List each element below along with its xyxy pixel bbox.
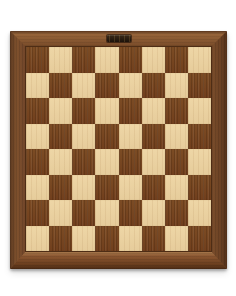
square-d1 bbox=[95, 226, 118, 252]
square-e8 bbox=[119, 47, 142, 73]
square-f1 bbox=[142, 226, 165, 252]
board-squares-grid bbox=[25, 46, 212, 252]
square-b4 bbox=[49, 149, 72, 175]
square-d2 bbox=[95, 200, 118, 226]
square-h1 bbox=[188, 226, 211, 252]
square-g4 bbox=[165, 149, 188, 175]
square-a1 bbox=[26, 226, 49, 252]
square-h4 bbox=[188, 149, 211, 175]
square-h6 bbox=[188, 98, 211, 124]
square-e6 bbox=[119, 98, 142, 124]
square-a3 bbox=[26, 175, 49, 201]
square-d6 bbox=[95, 98, 118, 124]
square-a7 bbox=[26, 73, 49, 99]
square-c2 bbox=[72, 200, 95, 226]
square-f8 bbox=[142, 47, 165, 73]
square-b6 bbox=[49, 98, 72, 124]
square-e3 bbox=[119, 175, 142, 201]
square-c8 bbox=[72, 47, 95, 73]
square-c5 bbox=[72, 124, 95, 150]
square-e5 bbox=[119, 124, 142, 150]
square-b5 bbox=[49, 124, 72, 150]
square-f5 bbox=[142, 124, 165, 150]
square-c7 bbox=[72, 73, 95, 99]
square-b2 bbox=[49, 200, 72, 226]
square-b7 bbox=[49, 73, 72, 99]
square-g2 bbox=[165, 200, 188, 226]
square-h2 bbox=[188, 200, 211, 226]
square-f3 bbox=[142, 175, 165, 201]
square-d8 bbox=[95, 47, 118, 73]
square-c6 bbox=[72, 98, 95, 124]
frame-right-rail bbox=[212, 31, 227, 269]
square-b3 bbox=[49, 175, 72, 201]
square-g6 bbox=[165, 98, 188, 124]
square-a6 bbox=[26, 98, 49, 124]
product-photo bbox=[0, 0, 236, 296]
square-e1 bbox=[119, 226, 142, 252]
square-g1 bbox=[165, 226, 188, 252]
square-f7 bbox=[142, 73, 165, 99]
square-e4 bbox=[119, 149, 142, 175]
square-d4 bbox=[95, 149, 118, 175]
frame-left-rail bbox=[10, 31, 25, 269]
square-f4 bbox=[142, 149, 165, 175]
square-b8 bbox=[49, 47, 72, 73]
square-b1 bbox=[49, 226, 72, 252]
square-h5 bbox=[188, 124, 211, 150]
square-e7 bbox=[119, 73, 142, 99]
square-a4 bbox=[26, 149, 49, 175]
square-d5 bbox=[95, 124, 118, 150]
square-a2 bbox=[26, 200, 49, 226]
square-d3 bbox=[95, 175, 118, 201]
square-g7 bbox=[165, 73, 188, 99]
square-d7 bbox=[95, 73, 118, 99]
square-h7 bbox=[188, 73, 211, 99]
square-h8 bbox=[188, 47, 211, 73]
square-c4 bbox=[72, 149, 95, 175]
chess-board bbox=[10, 31, 227, 269]
square-a8 bbox=[26, 47, 49, 73]
square-f6 bbox=[142, 98, 165, 124]
square-a5 bbox=[26, 124, 49, 150]
square-e2 bbox=[119, 200, 142, 226]
square-g8 bbox=[165, 47, 188, 73]
square-g5 bbox=[165, 124, 188, 150]
brand-plaque-icon bbox=[107, 35, 131, 42]
square-f2 bbox=[142, 200, 165, 226]
square-h3 bbox=[188, 175, 211, 201]
square-c1 bbox=[72, 226, 95, 252]
frame-bottom-rail bbox=[10, 252, 227, 269]
square-c3 bbox=[72, 175, 95, 201]
square-g3 bbox=[165, 175, 188, 201]
